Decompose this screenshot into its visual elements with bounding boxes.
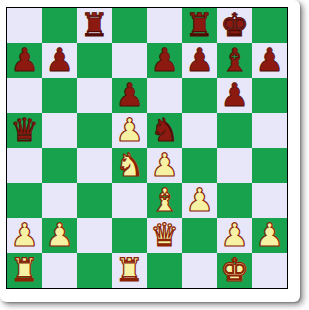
square-b5[interactable] [42, 113, 77, 148]
square-d2[interactable] [112, 218, 147, 253]
square-e5[interactable]: ♞ [147, 113, 182, 148]
square-h2[interactable]: ♟ [252, 218, 287, 253]
square-b4[interactable] [42, 148, 77, 183]
square-e4[interactable]: ♟ [147, 148, 182, 183]
square-f6[interactable] [182, 78, 217, 113]
piece-black-queen[interactable]: ♛ [10, 114, 39, 146]
square-e1[interactable] [147, 253, 182, 288]
piece-white-queen[interactable]: ♛ [150, 219, 179, 251]
piece-black-pawn[interactable]: ♟ [150, 44, 179, 76]
square-h7[interactable]: ♟ [252, 43, 287, 78]
square-d3[interactable] [112, 183, 147, 218]
piece-black-pawn[interactable]: ♟ [115, 79, 144, 111]
piece-black-rook[interactable]: ♜ [80, 9, 109, 41]
square-h1[interactable] [252, 253, 287, 288]
square-f4[interactable] [182, 148, 217, 183]
square-f2[interactable] [182, 218, 217, 253]
square-d8[interactable] [112, 8, 147, 43]
square-g3[interactable] [217, 183, 252, 218]
square-g1[interactable]: ♚ [217, 253, 252, 288]
piece-white-pawn[interactable]: ♟ [185, 184, 214, 216]
square-a8[interactable] [7, 8, 42, 43]
square-f5[interactable] [182, 113, 217, 148]
piece-white-knight[interactable]: ♞ [115, 149, 144, 181]
square-c6[interactable] [77, 78, 112, 113]
chess-board: ♜♜♚♟♟♟♟♝♟♟♟♛♟♞♞♟♝♟♟♟♛♟♟♜♜♚ [6, 7, 288, 289]
square-f3[interactable]: ♟ [182, 183, 217, 218]
square-a4[interactable] [7, 148, 42, 183]
piece-black-king[interactable]: ♚ [220, 9, 249, 41]
square-c2[interactable] [77, 218, 112, 253]
square-g2[interactable]: ♟ [217, 218, 252, 253]
square-f1[interactable] [182, 253, 217, 288]
piece-black-pawn[interactable]: ♟ [45, 44, 74, 76]
square-h8[interactable] [252, 8, 287, 43]
piece-white-king[interactable]: ♚ [220, 254, 249, 286]
square-b6[interactable] [42, 78, 77, 113]
square-b8[interactable] [42, 8, 77, 43]
piece-white-pawn[interactable]: ♟ [255, 219, 284, 251]
square-g7[interactable]: ♝ [217, 43, 252, 78]
piece-black-knight[interactable]: ♞ [150, 114, 179, 146]
square-e2[interactable]: ♛ [147, 218, 182, 253]
square-a5[interactable]: ♛ [7, 113, 42, 148]
piece-white-pawn[interactable]: ♟ [10, 219, 39, 251]
square-d7[interactable] [112, 43, 147, 78]
square-e8[interactable] [147, 8, 182, 43]
square-c7[interactable] [77, 43, 112, 78]
square-h6[interactable] [252, 78, 287, 113]
square-a1[interactable]: ♜ [7, 253, 42, 288]
square-g5[interactable] [217, 113, 252, 148]
piece-black-pawn[interactable]: ♟ [10, 44, 39, 76]
square-b3[interactable] [42, 183, 77, 218]
piece-white-pawn[interactable]: ♟ [220, 219, 249, 251]
board-card: ♜♜♚♟♟♟♟♝♟♟♟♛♟♞♞♟♝♟♟♟♛♟♟♜♜♚ [0, 0, 300, 302]
piece-white-bishop[interactable]: ♝ [150, 184, 179, 216]
square-g8[interactable]: ♚ [217, 8, 252, 43]
piece-black-pawn[interactable]: ♟ [255, 44, 284, 76]
piece-white-pawn[interactable]: ♟ [45, 219, 74, 251]
piece-white-rook[interactable]: ♜ [10, 254, 39, 286]
piece-black-rook[interactable]: ♜ [185, 9, 214, 41]
piece-white-rook[interactable]: ♜ [115, 254, 144, 286]
square-b1[interactable] [42, 253, 77, 288]
square-h3[interactable] [252, 183, 287, 218]
square-h4[interactable] [252, 148, 287, 183]
square-a3[interactable] [7, 183, 42, 218]
piece-black-pawn[interactable]: ♟ [220, 79, 249, 111]
square-c4[interactable] [77, 148, 112, 183]
square-b7[interactable]: ♟ [42, 43, 77, 78]
piece-white-pawn[interactable]: ♟ [115, 114, 144, 146]
square-f8[interactable]: ♜ [182, 8, 217, 43]
square-d5[interactable]: ♟ [112, 113, 147, 148]
square-e7[interactable]: ♟ [147, 43, 182, 78]
square-c5[interactable] [77, 113, 112, 148]
square-d1[interactable]: ♜ [112, 253, 147, 288]
square-c1[interactable] [77, 253, 112, 288]
piece-black-pawn[interactable]: ♟ [185, 44, 214, 76]
square-e6[interactable] [147, 78, 182, 113]
square-h5[interactable] [252, 113, 287, 148]
square-a2[interactable]: ♟ [7, 218, 42, 253]
square-f7[interactable]: ♟ [182, 43, 217, 78]
piece-white-pawn[interactable]: ♟ [150, 149, 179, 181]
square-g6[interactable]: ♟ [217, 78, 252, 113]
square-a6[interactable] [7, 78, 42, 113]
square-d6[interactable]: ♟ [112, 78, 147, 113]
square-g4[interactable] [217, 148, 252, 183]
square-c3[interactable] [77, 183, 112, 218]
square-c8[interactable]: ♜ [77, 8, 112, 43]
square-a7[interactable]: ♟ [7, 43, 42, 78]
square-b2[interactable]: ♟ [42, 218, 77, 253]
square-d4[interactable]: ♞ [112, 148, 147, 183]
square-e3[interactable]: ♝ [147, 183, 182, 218]
piece-black-bishop[interactable]: ♝ [220, 44, 249, 76]
